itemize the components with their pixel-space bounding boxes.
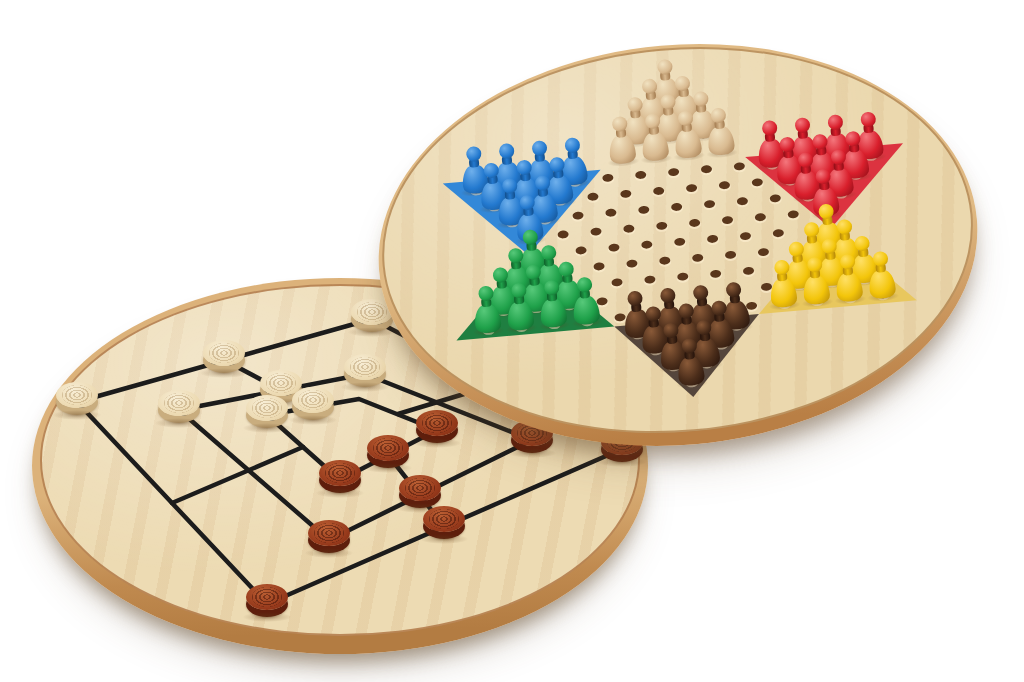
point-d1[interactable]	[159, 495, 185, 511]
peg-body	[572, 295, 600, 325]
peg-head	[465, 146, 481, 162]
peg-head	[519, 194, 535, 210]
peg-head	[839, 254, 855, 270]
peg-head	[854, 235, 870, 251]
peg-head	[821, 238, 837, 254]
peg-head	[507, 248, 523, 264]
peg-head	[564, 137, 580, 153]
peg-head	[794, 117, 810, 133]
peg-body	[802, 275, 830, 305]
peg-head	[836, 219, 852, 235]
peg-head	[510, 282, 526, 298]
peg-body	[868, 269, 896, 299]
disc-white[interactable]	[56, 382, 98, 408]
peg-head	[534, 175, 550, 191]
peg-head	[659, 94, 675, 110]
peg-head	[761, 120, 777, 136]
checkers-board-surface	[366, 23, 989, 457]
peg-head	[872, 251, 888, 267]
peg-head	[845, 130, 861, 146]
peg-head	[558, 261, 574, 277]
peg-head	[576, 277, 592, 293]
peg-head	[806, 257, 822, 273]
peg-body	[835, 272, 863, 302]
peg-natural[interactable]	[671, 109, 703, 158]
peg-brown[interactable]	[674, 337, 706, 386]
peg-head	[674, 75, 690, 91]
peg-head	[531, 140, 547, 156]
peg-head	[549, 156, 565, 172]
peg-head	[725, 281, 741, 297]
peg-head	[522, 229, 538, 245]
peg-green[interactable]	[471, 285, 503, 334]
disc-white[interactable]	[344, 354, 386, 380]
peg-head	[815, 168, 831, 184]
point-c5[interactable]	[346, 391, 372, 407]
peg-head	[677, 110, 693, 126]
peg-head	[525, 264, 541, 280]
peg-green[interactable]	[537, 279, 569, 328]
peg-head	[663, 322, 679, 338]
peg-green[interactable]	[504, 282, 536, 331]
peg-head	[773, 259, 789, 275]
peg-head	[540, 245, 556, 261]
disc-white[interactable]	[158, 390, 200, 416]
peg-head	[818, 203, 834, 219]
peg-body	[474, 304, 502, 334]
peg-body	[608, 134, 636, 164]
peg-yellow[interactable]	[833, 253, 865, 302]
peg-head	[492, 266, 508, 282]
disc-white[interactable]	[246, 395, 288, 421]
peg-head	[812, 133, 828, 149]
disc-black[interactable]	[246, 584, 288, 610]
peg-natural[interactable]	[704, 106, 736, 155]
peg-head	[644, 113, 660, 129]
peg-head	[612, 115, 628, 131]
peg-natural[interactable]	[638, 112, 670, 161]
peg-head	[656, 59, 672, 75]
peg-head	[627, 290, 643, 306]
disc-white[interactable]	[292, 387, 334, 413]
peg-head	[626, 97, 642, 113]
point-d3[interactable]	[290, 439, 316, 455]
peg-head	[710, 107, 726, 123]
disc-black[interactable]	[423, 506, 465, 532]
peg-head	[779, 136, 795, 152]
peg-head	[645, 306, 661, 322]
peg-head	[803, 222, 819, 238]
peg-body	[641, 131, 669, 161]
peg-body	[673, 128, 701, 158]
peg-body	[506, 301, 534, 331]
checkers-pegs-layer	[368, 25, 987, 455]
peg-head	[788, 241, 804, 257]
peg-head	[516, 159, 532, 175]
disc-black[interactable]	[308, 520, 350, 546]
peg-head	[830, 149, 846, 165]
peg-head	[797, 152, 813, 168]
peg-head	[660, 287, 676, 303]
peg-head	[692, 91, 708, 107]
peg-head	[641, 78, 657, 94]
peg-head	[827, 114, 843, 130]
chinese-checkers-board	[362, 20, 995, 471]
peg-yellow[interactable]	[865, 250, 897, 299]
peg-head	[711, 300, 727, 316]
peg-head	[483, 162, 499, 178]
peg-head	[696, 319, 712, 335]
peg-natural[interactable]	[605, 115, 637, 164]
wooden-game-set-photo	[0, 0, 1024, 682]
peg-head	[477, 285, 493, 301]
peg-head	[498, 143, 514, 159]
disc-white[interactable]	[203, 340, 245, 366]
point-d2[interactable]	[236, 462, 262, 478]
peg-head	[693, 284, 709, 300]
peg-head	[860, 111, 876, 127]
peg-head	[681, 338, 697, 354]
disc-black[interactable]	[319, 460, 361, 486]
peg-body	[539, 298, 567, 328]
peg-body	[769, 278, 797, 308]
peg-body	[706, 125, 734, 155]
peg-head	[678, 303, 694, 319]
peg-body	[677, 356, 705, 386]
peg-head	[543, 280, 559, 296]
disc-black[interactable]	[399, 475, 441, 501]
peg-head	[501, 178, 517, 194]
peg-yellow[interactable]	[767, 259, 799, 308]
peg-green[interactable]	[570, 276, 602, 325]
peg-yellow[interactable]	[800, 256, 832, 305]
